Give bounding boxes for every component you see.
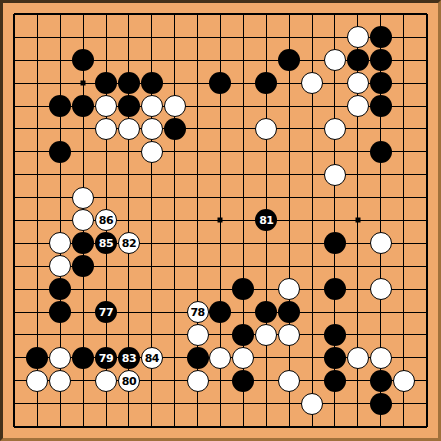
board-intersection[interactable] bbox=[346, 117, 369, 140]
board-intersection[interactable] bbox=[255, 324, 278, 347]
board-intersection[interactable] bbox=[369, 72, 392, 95]
board-intersection[interactable] bbox=[301, 72, 324, 95]
board-intersection[interactable] bbox=[26, 232, 49, 255]
board-intersection[interactable] bbox=[255, 26, 278, 49]
board-intersection[interactable] bbox=[369, 49, 392, 72]
board-intersection[interactable] bbox=[255, 301, 278, 324]
board-intersection[interactable] bbox=[95, 117, 118, 140]
board-intersection[interactable] bbox=[301, 49, 324, 72]
board-intersection[interactable] bbox=[301, 301, 324, 324]
board-intersection[interactable] bbox=[163, 95, 186, 118]
board-intersection[interactable] bbox=[49, 117, 72, 140]
board-intersection[interactable] bbox=[369, 369, 392, 392]
board-intersection[interactable] bbox=[163, 346, 186, 369]
board-intersection[interactable] bbox=[186, 324, 209, 347]
board-intersection[interactable] bbox=[346, 369, 369, 392]
board-intersection[interactable] bbox=[324, 72, 347, 95]
board-intersection[interactable] bbox=[255, 369, 278, 392]
board-intersection[interactable] bbox=[209, 49, 232, 72]
board-intersection[interactable] bbox=[324, 301, 347, 324]
board-intersection[interactable] bbox=[346, 26, 369, 49]
board-intersection[interactable] bbox=[278, 117, 301, 140]
board-intersection[interactable] bbox=[278, 369, 301, 392]
board-intersection[interactable] bbox=[72, 369, 95, 392]
board-intersection[interactable] bbox=[255, 278, 278, 301]
board-intersection[interactable] bbox=[186, 369, 209, 392]
board-intersection[interactable] bbox=[140, 117, 163, 140]
board-intersection[interactable] bbox=[209, 301, 232, 324]
board-intersection[interactable] bbox=[26, 163, 49, 186]
board-intersection[interactable] bbox=[278, 324, 301, 347]
board-intersection[interactable] bbox=[26, 301, 49, 324]
board-intersection[interactable] bbox=[346, 415, 369, 438]
board-intersection[interactable] bbox=[163, 255, 186, 278]
board-intersection[interactable] bbox=[324, 95, 347, 118]
board-intersection[interactable] bbox=[232, 415, 255, 438]
board-intersection[interactable] bbox=[369, 186, 392, 209]
board-intersection[interactable] bbox=[415, 140, 438, 163]
board-intersection[interactable] bbox=[392, 209, 415, 232]
board-intersection[interactable] bbox=[186, 392, 209, 415]
board-intersection[interactable] bbox=[209, 117, 232, 140]
board-intersection[interactable] bbox=[49, 232, 72, 255]
board-intersection[interactable] bbox=[346, 301, 369, 324]
board-intersection[interactable] bbox=[117, 255, 140, 278]
board-intersection[interactable] bbox=[392, 3, 415, 26]
board-intersection[interactable] bbox=[209, 278, 232, 301]
board-intersection[interactable] bbox=[26, 26, 49, 49]
board-intersection[interactable] bbox=[324, 209, 347, 232]
board-intersection[interactable] bbox=[72, 301, 95, 324]
board-intersection[interactable] bbox=[186, 346, 209, 369]
board-intersection[interactable] bbox=[415, 186, 438, 209]
board-intersection[interactable] bbox=[324, 324, 347, 347]
board-intersection[interactable]: 85 bbox=[95, 232, 118, 255]
board-intersection[interactable] bbox=[301, 209, 324, 232]
board-intersection[interactable] bbox=[209, 163, 232, 186]
board-intersection[interactable] bbox=[49, 163, 72, 186]
board-intersection[interactable] bbox=[186, 72, 209, 95]
board-intersection[interactable] bbox=[392, 117, 415, 140]
board-intersection[interactable] bbox=[3, 49, 26, 72]
board-intersection[interactable] bbox=[278, 163, 301, 186]
board-intersection[interactable] bbox=[278, 209, 301, 232]
board-intersection[interactable] bbox=[301, 117, 324, 140]
board-intersection[interactable] bbox=[3, 163, 26, 186]
board-intersection[interactable] bbox=[232, 3, 255, 26]
board-intersection[interactable] bbox=[140, 324, 163, 347]
board-intersection[interactable] bbox=[163, 140, 186, 163]
board-intersection[interactable] bbox=[49, 255, 72, 278]
board-intersection[interactable] bbox=[209, 369, 232, 392]
board-intersection[interactable] bbox=[26, 49, 49, 72]
board-intersection[interactable] bbox=[209, 186, 232, 209]
board-intersection[interactable] bbox=[49, 392, 72, 415]
board-intersection[interactable] bbox=[186, 415, 209, 438]
board-intersection[interactable] bbox=[232, 346, 255, 369]
board-intersection[interactable] bbox=[186, 186, 209, 209]
board-intersection[interactable] bbox=[301, 392, 324, 415]
board-intersection[interactable] bbox=[415, 117, 438, 140]
board-intersection[interactable] bbox=[140, 392, 163, 415]
board-intersection[interactable] bbox=[72, 95, 95, 118]
board-intersection[interactable] bbox=[255, 415, 278, 438]
board-intersection[interactable] bbox=[49, 186, 72, 209]
board-intersection[interactable] bbox=[163, 163, 186, 186]
board-intersection[interactable] bbox=[209, 324, 232, 347]
board-intersection[interactable] bbox=[392, 49, 415, 72]
board-intersection[interactable] bbox=[49, 369, 72, 392]
board-intersection[interactable] bbox=[26, 3, 49, 26]
board-intersection[interactable] bbox=[186, 140, 209, 163]
board-intersection[interactable] bbox=[415, 255, 438, 278]
board-intersection[interactable] bbox=[278, 415, 301, 438]
board-intersection[interactable] bbox=[209, 209, 232, 232]
board-intersection[interactable] bbox=[117, 95, 140, 118]
board-intersection[interactable] bbox=[3, 209, 26, 232]
board-intersection[interactable] bbox=[49, 95, 72, 118]
board-intersection[interactable] bbox=[369, 95, 392, 118]
board-intersection[interactable] bbox=[72, 26, 95, 49]
board-intersection[interactable] bbox=[301, 255, 324, 278]
board-intersection[interactable] bbox=[369, 163, 392, 186]
board-intersection[interactable]: 79 bbox=[95, 346, 118, 369]
board-intersection[interactable]: 77 bbox=[95, 301, 118, 324]
board-intersection[interactable] bbox=[186, 95, 209, 118]
board-intersection[interactable] bbox=[95, 255, 118, 278]
board-intersection[interactable] bbox=[72, 49, 95, 72]
board-intersection[interactable] bbox=[324, 415, 347, 438]
board-intersection[interactable] bbox=[95, 186, 118, 209]
board-intersection[interactable] bbox=[26, 415, 49, 438]
board-intersection[interactable] bbox=[140, 140, 163, 163]
board-intersection[interactable] bbox=[415, 26, 438, 49]
board-intersection[interactable] bbox=[95, 415, 118, 438]
board-intersection[interactable]: 84 bbox=[140, 346, 163, 369]
board-intersection[interactable] bbox=[3, 95, 26, 118]
board-intersection[interactable] bbox=[255, 346, 278, 369]
board-intersection[interactable] bbox=[415, 324, 438, 347]
board-intersection[interactable] bbox=[140, 255, 163, 278]
board-intersection[interactable] bbox=[140, 163, 163, 186]
board-intersection[interactable] bbox=[26, 324, 49, 347]
board-intersection[interactable] bbox=[255, 186, 278, 209]
board-intersection[interactable] bbox=[232, 95, 255, 118]
board-intersection[interactable] bbox=[49, 3, 72, 26]
board-intersection[interactable] bbox=[117, 72, 140, 95]
board-intersection[interactable] bbox=[26, 369, 49, 392]
board-intersection[interactable] bbox=[209, 346, 232, 369]
board-intersection[interactable] bbox=[163, 232, 186, 255]
board-intersection[interactable] bbox=[324, 26, 347, 49]
board-intersection[interactable] bbox=[232, 209, 255, 232]
board-intersection[interactable] bbox=[26, 209, 49, 232]
board-intersection[interactable] bbox=[72, 163, 95, 186]
board-intersection[interactable] bbox=[346, 72, 369, 95]
board-intersection[interactable] bbox=[72, 140, 95, 163]
board-intersection[interactable] bbox=[278, 186, 301, 209]
board-intersection[interactable] bbox=[415, 369, 438, 392]
board-intersection[interactable] bbox=[209, 3, 232, 26]
board-intersection[interactable] bbox=[72, 232, 95, 255]
board-intersection[interactable] bbox=[324, 232, 347, 255]
board-intersection[interactable] bbox=[140, 209, 163, 232]
board-intersection[interactable] bbox=[140, 3, 163, 26]
board-intersection[interactable] bbox=[140, 72, 163, 95]
board-intersection[interactable] bbox=[209, 232, 232, 255]
board-intersection[interactable] bbox=[278, 392, 301, 415]
board-intersection[interactable] bbox=[72, 3, 95, 26]
board-intersection[interactable] bbox=[392, 163, 415, 186]
board-intersection[interactable] bbox=[3, 186, 26, 209]
board-intersection[interactable] bbox=[72, 346, 95, 369]
board-intersection[interactable] bbox=[415, 163, 438, 186]
board-intersection[interactable] bbox=[369, 117, 392, 140]
board-intersection[interactable] bbox=[163, 186, 186, 209]
board-intersection[interactable] bbox=[163, 392, 186, 415]
board-intersection[interactable] bbox=[415, 301, 438, 324]
board-intersection[interactable]: 78 bbox=[186, 301, 209, 324]
board-intersection[interactable] bbox=[209, 72, 232, 95]
board-intersection[interactable] bbox=[324, 117, 347, 140]
board-intersection[interactable] bbox=[49, 278, 72, 301]
board-intersection[interactable] bbox=[95, 26, 118, 49]
board-intersection[interactable] bbox=[140, 26, 163, 49]
board-intersection[interactable] bbox=[232, 26, 255, 49]
board-intersection[interactable] bbox=[392, 255, 415, 278]
board-intersection[interactable] bbox=[95, 278, 118, 301]
board-intersection[interactable] bbox=[3, 3, 26, 26]
board-intersection[interactable] bbox=[301, 186, 324, 209]
board-intersection[interactable] bbox=[3, 392, 26, 415]
board-intersection[interactable] bbox=[369, 232, 392, 255]
board-intersection[interactable] bbox=[3, 255, 26, 278]
board-intersection[interactable] bbox=[301, 278, 324, 301]
board-intersection[interactable]: 86 bbox=[95, 209, 118, 232]
board-intersection[interactable] bbox=[72, 186, 95, 209]
board-intersection[interactable] bbox=[117, 415, 140, 438]
board-intersection[interactable] bbox=[278, 232, 301, 255]
board-intersection[interactable] bbox=[209, 95, 232, 118]
board-intersection[interactable] bbox=[369, 392, 392, 415]
board-intersection[interactable] bbox=[392, 95, 415, 118]
board-intersection[interactable] bbox=[278, 255, 301, 278]
board-intersection[interactable] bbox=[301, 415, 324, 438]
board-intersection[interactable] bbox=[232, 72, 255, 95]
board-intersection[interactable] bbox=[415, 72, 438, 95]
board-intersection[interactable] bbox=[369, 209, 392, 232]
board-intersection[interactable] bbox=[163, 278, 186, 301]
board-intersection[interactable] bbox=[301, 324, 324, 347]
board-intersection[interactable] bbox=[255, 49, 278, 72]
board-intersection[interactable] bbox=[117, 324, 140, 347]
board-intersection[interactable] bbox=[232, 278, 255, 301]
board-intersection[interactable] bbox=[163, 49, 186, 72]
board-intersection[interactable] bbox=[346, 49, 369, 72]
board-intersection[interactable] bbox=[369, 415, 392, 438]
board-intersection[interactable] bbox=[117, 301, 140, 324]
board-intersection[interactable] bbox=[117, 186, 140, 209]
board-intersection[interactable] bbox=[255, 392, 278, 415]
board-intersection[interactable] bbox=[95, 163, 118, 186]
board-intersection[interactable] bbox=[49, 301, 72, 324]
board-intersection[interactable] bbox=[186, 26, 209, 49]
board-intersection[interactable] bbox=[72, 255, 95, 278]
board-intersection[interactable] bbox=[209, 140, 232, 163]
board-intersection[interactable] bbox=[49, 140, 72, 163]
board-intersection[interactable] bbox=[392, 278, 415, 301]
board-intersection[interactable] bbox=[3, 346, 26, 369]
board-intersection[interactable] bbox=[72, 278, 95, 301]
board-intersection[interactable] bbox=[3, 140, 26, 163]
board-intersection[interactable] bbox=[163, 301, 186, 324]
board-intersection[interactable] bbox=[369, 26, 392, 49]
board-intersection[interactable] bbox=[324, 140, 347, 163]
board-intersection[interactable] bbox=[232, 49, 255, 72]
board-intersection[interactable] bbox=[186, 255, 209, 278]
board-intersection[interactable] bbox=[72, 415, 95, 438]
board-intersection[interactable] bbox=[117, 163, 140, 186]
board-intersection[interactable] bbox=[209, 26, 232, 49]
board-intersection[interactable] bbox=[95, 369, 118, 392]
board-intersection[interactable] bbox=[3, 324, 26, 347]
board-intersection[interactable] bbox=[346, 255, 369, 278]
board-intersection[interactable] bbox=[232, 392, 255, 415]
board-intersection[interactable] bbox=[163, 3, 186, 26]
board-intersection[interactable] bbox=[186, 49, 209, 72]
board-intersection[interactable] bbox=[392, 72, 415, 95]
board-intersection[interactable] bbox=[163, 415, 186, 438]
board-intersection[interactable] bbox=[346, 95, 369, 118]
board-intersection[interactable] bbox=[369, 255, 392, 278]
board-intersection[interactable] bbox=[278, 3, 301, 26]
board-intersection[interactable]: 83 bbox=[117, 346, 140, 369]
board-intersection[interactable] bbox=[232, 255, 255, 278]
board-intersection[interactable] bbox=[3, 278, 26, 301]
board-intersection[interactable] bbox=[346, 346, 369, 369]
board-intersection[interactable] bbox=[117, 278, 140, 301]
board-intersection[interactable] bbox=[324, 278, 347, 301]
board-intersection[interactable] bbox=[3, 72, 26, 95]
board-intersection[interactable] bbox=[3, 26, 26, 49]
board-intersection[interactable] bbox=[49, 49, 72, 72]
board-intersection[interactable] bbox=[186, 232, 209, 255]
board-intersection[interactable] bbox=[301, 346, 324, 369]
board-intersection[interactable] bbox=[278, 278, 301, 301]
board-intersection[interactable] bbox=[95, 49, 118, 72]
board-intersection[interactable] bbox=[117, 49, 140, 72]
board-intersection[interactable] bbox=[278, 346, 301, 369]
board-intersection[interactable] bbox=[49, 209, 72, 232]
board-intersection[interactable] bbox=[346, 186, 369, 209]
board-intersection[interactable] bbox=[369, 140, 392, 163]
board-intersection[interactable] bbox=[369, 301, 392, 324]
board-intersection[interactable] bbox=[95, 72, 118, 95]
board-intersection[interactable] bbox=[415, 209, 438, 232]
board-intersection[interactable] bbox=[117, 3, 140, 26]
board-intersection[interactable] bbox=[209, 415, 232, 438]
board-intersection[interactable] bbox=[232, 163, 255, 186]
board-intersection[interactable] bbox=[117, 117, 140, 140]
board-intersection[interactable]: 82 bbox=[117, 232, 140, 255]
board-intersection[interactable] bbox=[163, 26, 186, 49]
board-intersection[interactable] bbox=[72, 72, 95, 95]
board-intersection[interactable] bbox=[186, 117, 209, 140]
board-intersection[interactable] bbox=[301, 232, 324, 255]
board-intersection[interactable] bbox=[117, 26, 140, 49]
board-intersection[interactable] bbox=[255, 232, 278, 255]
board-intersection[interactable] bbox=[255, 140, 278, 163]
board-intersection[interactable] bbox=[301, 3, 324, 26]
board-intersection[interactable] bbox=[26, 140, 49, 163]
board-intersection[interactable] bbox=[415, 278, 438, 301]
board-intersection[interactable]: 81 bbox=[255, 209, 278, 232]
board-intersection[interactable] bbox=[255, 95, 278, 118]
board-intersection[interactable] bbox=[392, 324, 415, 347]
board-intersection[interactable] bbox=[232, 301, 255, 324]
board-intersection[interactable] bbox=[415, 95, 438, 118]
board-intersection[interactable] bbox=[255, 117, 278, 140]
board-intersection[interactable] bbox=[415, 392, 438, 415]
board-intersection[interactable] bbox=[255, 163, 278, 186]
board-intersection[interactable] bbox=[278, 140, 301, 163]
board-intersection[interactable] bbox=[140, 232, 163, 255]
board-intersection[interactable] bbox=[140, 301, 163, 324]
board-intersection[interactable] bbox=[95, 392, 118, 415]
board-intersection[interactable] bbox=[255, 255, 278, 278]
board-intersection[interactable] bbox=[186, 3, 209, 26]
board-intersection[interactable] bbox=[3, 301, 26, 324]
board-intersection[interactable] bbox=[209, 392, 232, 415]
board-intersection[interactable] bbox=[186, 209, 209, 232]
board-intersection[interactable] bbox=[232, 140, 255, 163]
board-intersection[interactable] bbox=[72, 117, 95, 140]
board-intersection[interactable] bbox=[392, 301, 415, 324]
board-intersection[interactable] bbox=[140, 186, 163, 209]
board-intersection[interactable] bbox=[369, 278, 392, 301]
board-intersection[interactable] bbox=[415, 49, 438, 72]
board-intersection[interactable] bbox=[49, 346, 72, 369]
board-intersection[interactable] bbox=[392, 369, 415, 392]
board-intersection[interactable] bbox=[301, 95, 324, 118]
board-intersection[interactable] bbox=[26, 72, 49, 95]
board-intersection[interactable] bbox=[392, 186, 415, 209]
board-intersection[interactable] bbox=[324, 49, 347, 72]
board-intersection[interactable] bbox=[324, 186, 347, 209]
board-intersection[interactable] bbox=[278, 26, 301, 49]
board-intersection[interactable] bbox=[163, 72, 186, 95]
board-intersection[interactable] bbox=[140, 278, 163, 301]
board-intersection[interactable] bbox=[209, 255, 232, 278]
board-intersection[interactable] bbox=[3, 117, 26, 140]
board-intersection[interactable] bbox=[95, 95, 118, 118]
board-intersection[interactable] bbox=[26, 186, 49, 209]
board-intersection[interactable] bbox=[346, 140, 369, 163]
board-intersection[interactable] bbox=[346, 209, 369, 232]
board-intersection[interactable] bbox=[95, 324, 118, 347]
board-intersection[interactable] bbox=[26, 255, 49, 278]
board-intersection[interactable] bbox=[278, 49, 301, 72]
board-intersection[interactable] bbox=[346, 3, 369, 26]
board-intersection[interactable] bbox=[140, 49, 163, 72]
board-intersection[interactable] bbox=[415, 232, 438, 255]
board-intersection[interactable] bbox=[72, 209, 95, 232]
board-intersection[interactable] bbox=[324, 346, 347, 369]
board-intersection[interactable] bbox=[392, 415, 415, 438]
board-intersection[interactable] bbox=[369, 324, 392, 347]
board-intersection[interactable] bbox=[324, 369, 347, 392]
board-intersection[interactable] bbox=[186, 278, 209, 301]
